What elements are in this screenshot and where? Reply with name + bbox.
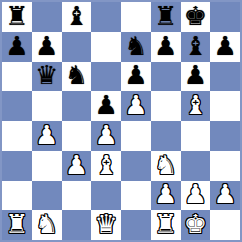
square-g2[interactable]: ♟ <box>181 181 211 211</box>
square-d5[interactable]: ♟ <box>91 91 121 121</box>
square-b7[interactable]: ♟ <box>32 32 62 62</box>
square-h1[interactable] <box>210 210 240 240</box>
white-king-icon: ♚ <box>184 211 207 237</box>
black-rook-icon: ♜ <box>5 3 28 29</box>
black-pawn-icon: ♟ <box>213 33 236 59</box>
black-king-icon: ♚ <box>184 3 207 29</box>
white-pawn-icon: ♟ <box>213 181 236 207</box>
white-bishop-icon: ♝ <box>94 152 117 178</box>
square-g1[interactable]: ♚ <box>181 210 211 240</box>
black-knight-icon: ♞ <box>65 62 88 88</box>
chess-board-wrap: ♜♝♜♚♟♟♞♟♝♟♛♞♟♟♟♟♝♟♟♟♝♞♟♟♟♜♞♛♜♚ <box>0 0 242 242</box>
square-b3[interactable] <box>32 151 62 181</box>
square-h3[interactable] <box>210 151 240 181</box>
black-bishop-icon: ♝ <box>184 33 207 59</box>
black-bishop-icon: ♝ <box>65 3 88 29</box>
square-d1[interactable]: ♛ <box>91 210 121 240</box>
square-g8[interactable]: ♚ <box>181 2 211 32</box>
square-f3[interactable]: ♞ <box>151 151 181 181</box>
square-h2[interactable]: ♟ <box>210 181 240 211</box>
square-a8[interactable]: ♜ <box>2 2 32 32</box>
square-c7[interactable] <box>62 32 92 62</box>
square-c4[interactable] <box>62 121 92 151</box>
square-e8[interactable] <box>121 2 151 32</box>
white-pawn-icon: ♟ <box>65 152 88 178</box>
square-d8[interactable] <box>91 2 121 32</box>
square-c8[interactable]: ♝ <box>62 2 92 32</box>
black-pawn-icon: ♟ <box>35 33 58 59</box>
black-pawn-icon: ♟ <box>5 33 28 59</box>
black-pawn-icon: ♟ <box>154 33 177 59</box>
square-b8[interactable] <box>32 2 62 32</box>
square-d4[interactable]: ♟ <box>91 121 121 151</box>
square-g4[interactable] <box>181 121 211 151</box>
square-c2[interactable] <box>62 181 92 211</box>
black-rook-icon: ♜ <box>154 3 177 29</box>
square-b5[interactable] <box>32 91 62 121</box>
white-pawn-icon: ♟ <box>124 92 147 118</box>
square-f4[interactable] <box>151 121 181 151</box>
square-g3[interactable] <box>181 151 211 181</box>
square-e4[interactable] <box>121 121 151 151</box>
square-a4[interactable] <box>2 121 32 151</box>
square-d3[interactable]: ♝ <box>91 151 121 181</box>
white-rook-icon: ♜ <box>154 211 177 237</box>
square-b4[interactable]: ♟ <box>32 121 62 151</box>
square-g5[interactable]: ♝ <box>181 91 211 121</box>
square-f1[interactable]: ♜ <box>151 210 181 240</box>
square-e3[interactable] <box>121 151 151 181</box>
square-g6[interactable]: ♟ <box>181 62 211 92</box>
square-g7[interactable]: ♝ <box>181 32 211 62</box>
black-pawn-icon: ♟ <box>184 62 207 88</box>
square-c5[interactable] <box>62 91 92 121</box>
square-h5[interactable] <box>210 91 240 121</box>
square-e7[interactable]: ♞ <box>121 32 151 62</box>
black-pawn-icon: ♟ <box>124 62 147 88</box>
white-pawn-icon: ♟ <box>35 122 58 148</box>
square-f2[interactable]: ♟ <box>151 181 181 211</box>
square-f7[interactable]: ♟ <box>151 32 181 62</box>
square-a7[interactable]: ♟ <box>2 32 32 62</box>
white-knight-icon: ♞ <box>154 152 177 178</box>
chess-board: ♜♝♜♚♟♟♞♟♝♟♛♞♟♟♟♟♝♟♟♟♝♞♟♟♟♜♞♛♜♚ <box>0 0 242 242</box>
square-e5[interactable]: ♟ <box>121 91 151 121</box>
white-rook-icon: ♜ <box>5 211 28 237</box>
white-queen-icon: ♛ <box>94 211 117 237</box>
square-d7[interactable] <box>91 32 121 62</box>
white-knight-icon: ♞ <box>35 211 58 237</box>
square-c1[interactable] <box>62 210 92 240</box>
square-d2[interactable] <box>91 181 121 211</box>
square-h7[interactable]: ♟ <box>210 32 240 62</box>
square-h4[interactable] <box>210 121 240 151</box>
black-knight-icon: ♞ <box>124 33 147 59</box>
square-f5[interactable] <box>151 91 181 121</box>
black-pawn-icon: ♟ <box>94 92 117 118</box>
white-pawn-icon: ♟ <box>94 122 117 148</box>
square-b2[interactable] <box>32 181 62 211</box>
square-b1[interactable]: ♞ <box>32 210 62 240</box>
square-d6[interactable] <box>91 62 121 92</box>
square-c6[interactable]: ♞ <box>62 62 92 92</box>
square-a5[interactable] <box>2 91 32 121</box>
square-b6[interactable]: ♛ <box>32 62 62 92</box>
white-pawn-icon: ♟ <box>184 181 207 207</box>
white-pawn-icon: ♟ <box>154 181 177 207</box>
square-a1[interactable]: ♜ <box>2 210 32 240</box>
square-h6[interactable] <box>210 62 240 92</box>
square-a3[interactable] <box>2 151 32 181</box>
square-a6[interactable] <box>2 62 32 92</box>
square-a2[interactable] <box>2 181 32 211</box>
black-queen-icon: ♛ <box>35 62 58 88</box>
square-e6[interactable]: ♟ <box>121 62 151 92</box>
square-c3[interactable]: ♟ <box>62 151 92 181</box>
white-bishop-icon: ♝ <box>184 92 207 118</box>
square-e2[interactable] <box>121 181 151 211</box>
square-f6[interactable] <box>151 62 181 92</box>
square-h8[interactable] <box>210 2 240 32</box>
square-f8[interactable]: ♜ <box>151 2 181 32</box>
square-e1[interactable] <box>121 210 151 240</box>
